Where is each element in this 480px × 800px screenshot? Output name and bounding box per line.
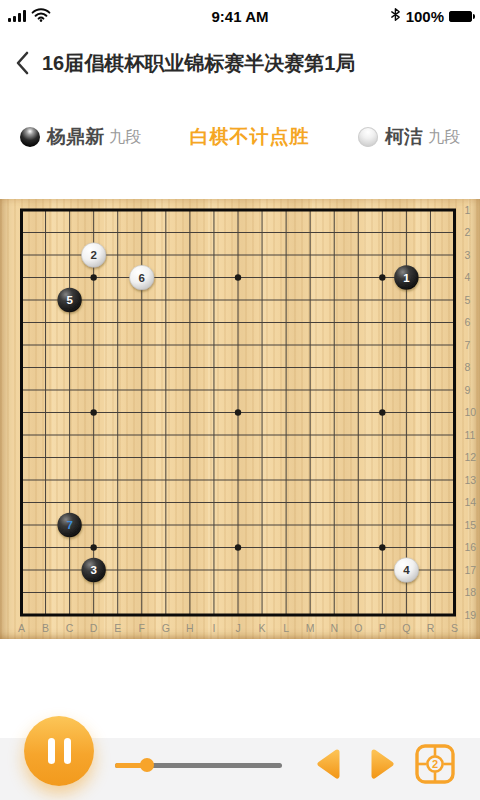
column-label: L — [283, 622, 289, 634]
players-bar: 杨鼎新 九段 白棋不计点胜 柯洁 九段 — [0, 122, 480, 152]
progress-slider[interactable] — [115, 738, 282, 800]
column-label: P — [379, 622, 386, 634]
next-move-button[interactable] — [370, 748, 398, 780]
black-player: 杨鼎新 九段 — [20, 124, 141, 150]
row-label: 5 — [465, 294, 471, 306]
row-label: 1 — [465, 204, 471, 216]
column-label: B — [42, 622, 49, 634]
row-label: 14 — [465, 496, 477, 508]
battery-percent: 100% — [406, 8, 444, 25]
wifi-icon — [31, 7, 51, 26]
stone-move-4-white: 4 — [394, 558, 418, 582]
chevron-left-icon — [16, 51, 29, 75]
playback-controls: 2 — [0, 738, 480, 800]
header: 16届倡棋杯职业锦标赛半决赛第1局 — [0, 30, 480, 84]
row-label: 12 — [465, 451, 477, 463]
column-label: J — [235, 622, 240, 634]
column-label: F — [139, 622, 145, 634]
row-label: 3 — [465, 249, 471, 261]
column-label: N — [330, 622, 338, 634]
screen: 9:41 AM 100% 16届倡棋杯职业锦标赛半决赛第1局 杨鼎新 九段 白棋… — [0, 0, 480, 800]
column-label: M — [306, 622, 315, 634]
stone-move-2-white: 2 — [81, 243, 105, 267]
back-button[interactable] — [16, 51, 32, 75]
row-label: 19 — [465, 609, 477, 621]
stone-number: 2 — [90, 249, 96, 261]
row-label: 15 — [465, 519, 477, 531]
stone-move-7-black: 7 — [57, 513, 81, 537]
bluetooth-icon — [390, 7, 401, 25]
page-title: 16届倡棋杯职业锦标赛半决赛第1局 — [42, 50, 355, 77]
star-point — [379, 544, 385, 550]
white-player-name: 柯洁 — [385, 124, 423, 150]
black-player-name: 杨鼎新 — [47, 124, 104, 150]
stone-number: 4 — [403, 564, 410, 576]
column-label: E — [114, 622, 121, 634]
go-board[interactable]: ABCDEFGHIJKLMNOPQRS123456789101112131415… — [0, 199, 480, 639]
move-number-toggle-button[interactable]: 2 — [414, 743, 456, 785]
prev-move-button[interactable] — [313, 748, 341, 780]
black-stone-icon — [20, 127, 40, 147]
stone-number: 7 — [66, 519, 72, 531]
row-label: 16 — [465, 541, 477, 553]
column-label: A — [18, 622, 25, 634]
stone-number: 1 — [403, 272, 410, 284]
stone-move-1-black: 1 — [394, 265, 418, 289]
column-label: D — [90, 622, 98, 634]
row-label: 11 — [465, 429, 476, 441]
star-point — [235, 544, 241, 550]
star-point — [235, 274, 241, 280]
star-point — [90, 274, 96, 280]
column-label: R — [427, 622, 435, 634]
pause-icon — [48, 738, 55, 764]
column-label: O — [354, 622, 362, 634]
stone-number: 6 — [139, 272, 145, 284]
star-point — [90, 409, 96, 415]
column-label: K — [259, 622, 266, 634]
triangle-left-icon — [313, 748, 341, 780]
row-label: 17 — [465, 564, 477, 576]
stone-number: 5 — [66, 294, 73, 306]
cellular-signal-icon — [8, 10, 26, 22]
battery-icon — [449, 11, 472, 22]
row-label: 18 — [465, 586, 477, 598]
board-move-counter-icon: 2 — [414, 743, 456, 785]
column-label: C — [66, 622, 74, 634]
row-label: 6 — [465, 316, 471, 328]
stone-number: 3 — [90, 564, 96, 576]
column-label: Q — [402, 622, 410, 634]
white-player: 柯洁 九段 — [358, 124, 460, 150]
row-label: 2 — [465, 226, 471, 238]
triangle-right-icon — [370, 748, 398, 780]
stone-move-3-black: 3 — [81, 558, 105, 582]
star-point — [90, 544, 96, 550]
white-player-rank: 九段 — [428, 127, 460, 148]
column-label: H — [186, 622, 194, 634]
status-bar: 9:41 AM 100% — [0, 0, 480, 30]
star-point — [235, 409, 241, 415]
game-result: 白棋不计点胜 — [190, 124, 310, 150]
row-label: 10 — [465, 406, 477, 418]
column-label: S — [451, 622, 458, 634]
row-label: 9 — [465, 384, 471, 396]
row-label: 13 — [465, 474, 477, 486]
black-player-rank: 九段 — [109, 127, 141, 148]
column-label: G — [162, 622, 170, 634]
row-label: 7 — [465, 339, 471, 351]
row-label: 8 — [465, 361, 471, 373]
slider-thumb[interactable] — [140, 758, 154, 772]
stone-move-6-white: 6 — [130, 265, 154, 289]
white-stone-icon — [358, 127, 378, 147]
star-point — [379, 274, 385, 280]
column-label: I — [212, 622, 215, 634]
pause-button[interactable] — [24, 716, 94, 786]
row-label: 4 — [465, 271, 471, 283]
svg-text:2: 2 — [432, 758, 438, 770]
stone-move-5-black: 5 — [57, 288, 81, 312]
star-point — [379, 409, 385, 415]
